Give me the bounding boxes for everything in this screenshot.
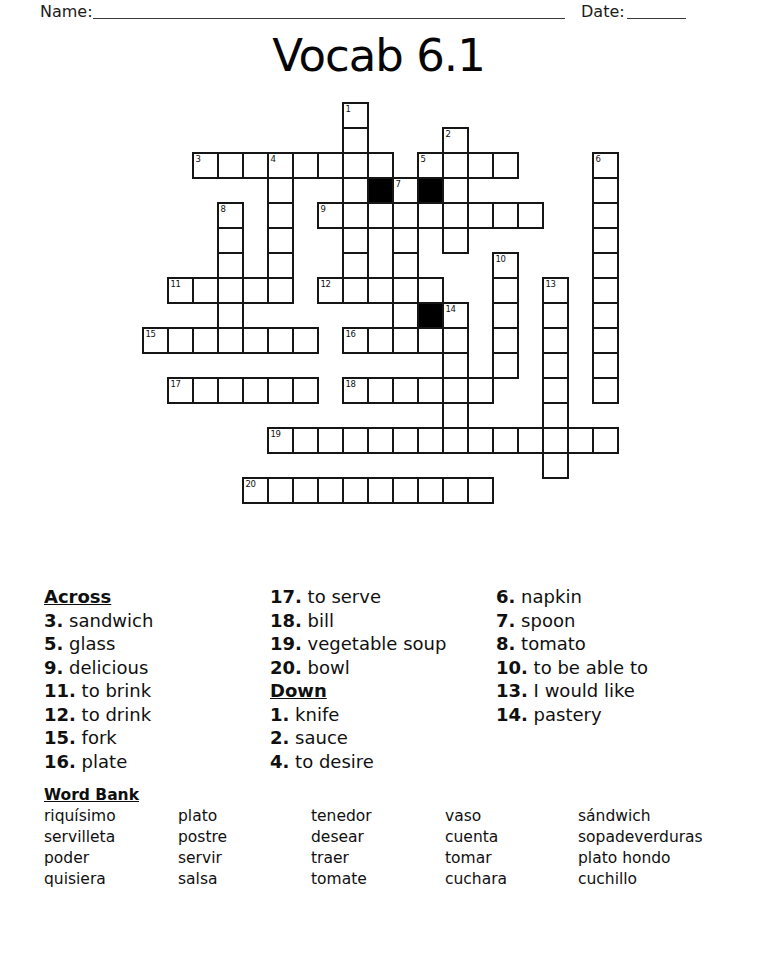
grid-cell[interactable] — [467, 152, 494, 179]
grid-cell[interactable] — [217, 327, 244, 354]
clue-7-down: 7. spoon — [496, 609, 648, 633]
clue-2-down: 2. sauce — [270, 726, 446, 750]
clue-number-label: 2. — [270, 727, 289, 748]
word-bank-word: tenedor — [311, 806, 372, 827]
page-title: Vocab 6.1 — [0, 32, 757, 80]
grid-cell[interactable]: 14 — [442, 302, 469, 329]
clue-number-label: 8. — [496, 633, 515, 654]
word-bank-word: cuchillo — [578, 869, 703, 890]
name-label: Name: — [40, 3, 93, 21]
grid-cell[interactable] — [492, 152, 519, 179]
across-header: Across — [44, 585, 153, 609]
grid-cell[interactable] — [417, 327, 444, 354]
grid-cell[interactable]: 2 — [442, 127, 469, 154]
grid-cell[interactable] — [392, 427, 419, 454]
clue-number-label: 7. — [496, 610, 515, 631]
clue-number-12: 12 — [321, 280, 331, 289]
grid-cell[interactable] — [267, 277, 294, 304]
clue-number-label: 3. — [44, 610, 63, 631]
clue-number-5: 5 — [421, 155, 426, 164]
grid-cell[interactable] — [542, 452, 569, 479]
clue-number-label: 13. — [496, 680, 528, 701]
clue-15-across: 15. fork — [44, 726, 153, 750]
grid-cell[interactable] — [592, 327, 619, 354]
clue-1-down: 1. knife — [270, 703, 446, 727]
clue-number-4: 4 — [271, 155, 276, 164]
grid-cell[interactable] — [392, 377, 419, 404]
word-bank-column-1: riquísimoservilletapoderquisiera — [44, 806, 116, 890]
grid-cell[interactable] — [592, 352, 619, 379]
grid-cell[interactable] — [442, 402, 469, 429]
grid-cell[interactable] — [442, 152, 469, 179]
grid-cell[interactable] — [342, 177, 369, 204]
grid-cell[interactable] — [292, 327, 319, 354]
grid-cell[interactable] — [342, 477, 369, 504]
word-bank-word: tomar — [445, 848, 507, 869]
grid-cell[interactable] — [317, 152, 344, 179]
grid-cell[interactable] — [342, 152, 369, 179]
clue-number-label: 16. — [44, 751, 76, 772]
clue-number-label: 5. — [44, 633, 63, 654]
grid-cell[interactable] — [242, 327, 269, 354]
grid-cell[interactable]: 4 — [267, 152, 294, 179]
grid-cell[interactable] — [442, 477, 469, 504]
clue-11-across: 11. to brink — [44, 679, 153, 703]
grid-cell[interactable] — [592, 227, 619, 254]
grid-cell[interactable] — [292, 477, 319, 504]
word-bank-word: salsa — [178, 869, 227, 890]
grid-cell[interactable] — [367, 377, 394, 404]
grid-cell[interactable] — [317, 477, 344, 504]
clue-number-label: 4. — [270, 751, 289, 772]
grid-cell[interactable] — [367, 427, 394, 454]
grid-cell[interactable] — [167, 327, 194, 354]
clue-12-across: 12. to drink — [44, 703, 153, 727]
grid-cell[interactable] — [592, 177, 619, 204]
clue-5-across: 5. glass — [44, 632, 153, 656]
grid-cell[interactable] — [317, 427, 344, 454]
word-bank-word: postre — [178, 827, 227, 848]
grid-cell[interactable]: 16 — [342, 327, 369, 354]
grid-cell[interactable]: 1 — [342, 102, 369, 129]
grid-cell[interactable] — [442, 427, 469, 454]
grid-cell[interactable] — [292, 377, 319, 404]
grid-cell[interactable] — [392, 227, 419, 254]
grid-cell[interactable] — [592, 302, 619, 329]
grid-cell[interactable] — [592, 277, 619, 304]
grid-cell[interactable] — [492, 302, 519, 329]
grid-cell[interactable]: 13 — [542, 277, 569, 304]
clue-number-14: 14 — [446, 305, 456, 314]
grid-cell[interactable] — [342, 202, 369, 229]
grid-cell[interactable] — [542, 402, 569, 429]
black-cell — [417, 302, 444, 329]
clue-8-down: 8. tomato — [496, 632, 648, 656]
grid-cell[interactable]: 18 — [342, 377, 369, 404]
clue-number-label: 12. — [44, 704, 76, 725]
grid-cell[interactable] — [292, 152, 319, 179]
grid-cell[interactable] — [542, 427, 569, 454]
clue-number-label: 18. — [270, 610, 302, 631]
grid-cell[interactable] — [542, 377, 569, 404]
clue-number-label: 15. — [44, 727, 76, 748]
clue-number-label: 9. — [44, 657, 63, 678]
grid-cell[interactable]: 10 — [492, 252, 519, 279]
clue-number-label: 1. — [270, 704, 289, 725]
grid-cell[interactable] — [242, 377, 269, 404]
grid-cell[interactable] — [417, 202, 444, 229]
grid-cell[interactable]: 5 — [417, 152, 444, 179]
grid-cell[interactable]: 11 — [167, 277, 194, 304]
grid-cell[interactable] — [267, 177, 294, 204]
grid-cell[interactable] — [217, 252, 244, 279]
clue-column-2: 17. to serve18. bill19. vegetable soup20… — [270, 585, 446, 773]
grid-cell[interactable] — [467, 427, 494, 454]
grid-cell[interactable] — [417, 377, 444, 404]
grid-cell[interactable] — [417, 427, 444, 454]
grid-cell[interactable]: 8 — [217, 202, 244, 229]
grid-cell[interactable] — [592, 252, 619, 279]
word-bank-column-4: vasocuentatomarcuchara — [445, 806, 507, 890]
word-bank-column-2: platopostreservirsalsa — [178, 806, 227, 890]
clue-13-down: 13. I would like — [496, 679, 648, 703]
word-bank-word: tomate — [311, 869, 372, 890]
grid-cell[interactable] — [592, 377, 619, 404]
grid-cell[interactable] — [267, 377, 294, 404]
clue-3-across: 3. sandwich — [44, 609, 153, 633]
clue-number-label: 17. — [270, 586, 302, 607]
grid-cell[interactable] — [442, 327, 469, 354]
clue-19-across: 19. vegetable soup — [270, 632, 446, 656]
grid-cell[interactable] — [492, 427, 519, 454]
word-bank-column-3: tenedordeseartraertomate — [311, 806, 372, 890]
grid-cell[interactable] — [492, 327, 519, 354]
clue-number-11: 11 — [171, 280, 181, 289]
grid-cell[interactable] — [342, 427, 369, 454]
grid-cell[interactable]: 12 — [317, 277, 344, 304]
grid-cell[interactable] — [392, 202, 419, 229]
grid-cell[interactable] — [267, 477, 294, 504]
clue-number-label: 11. — [44, 680, 76, 701]
grid-cell[interactable] — [367, 202, 394, 229]
grid-cell[interactable] — [242, 277, 269, 304]
word-bank-word: desear — [311, 827, 372, 848]
grid-cell[interactable] — [467, 477, 494, 504]
grid-cell[interactable] — [192, 377, 219, 404]
grid-cell[interactable] — [542, 352, 569, 379]
grid-cell[interactable] — [517, 427, 544, 454]
clue-number-7: 7 — [396, 180, 401, 189]
grid-cell[interactable] — [192, 327, 219, 354]
clue-number-6: 6 — [596, 155, 601, 164]
clue-number-label: 14. — [496, 704, 528, 725]
grid-cell[interactable] — [267, 252, 294, 279]
word-bank-word: sopadeverduras — [578, 827, 703, 848]
word-bank-word: quisiera — [44, 869, 116, 890]
grid-cell[interactable] — [542, 302, 569, 329]
grid-cell[interactable] — [417, 277, 444, 304]
clue-number-label: 20. — [270, 657, 302, 678]
word-bank-word: cuenta — [445, 827, 507, 848]
grid-cell[interactable] — [367, 277, 394, 304]
grid-cell[interactable] — [592, 202, 619, 229]
clue-number-3: 3 — [196, 155, 201, 164]
word-bank-word: traer — [311, 848, 372, 869]
grid-cell[interactable] — [267, 227, 294, 254]
grid-cell[interactable] — [442, 352, 469, 379]
clue-number-20: 20 — [246, 480, 256, 489]
grid-cell[interactable] — [217, 152, 244, 179]
grid-cell[interactable]: 7 — [392, 177, 419, 204]
word-bank-column-5: sándwichsopadeverdurasplato hondocuchill… — [578, 806, 703, 890]
grid-cell[interactable] — [392, 477, 419, 504]
word-bank-word: riquísimo — [44, 806, 116, 827]
grid-cell[interactable] — [342, 252, 369, 279]
clue-number-16: 16 — [346, 330, 356, 339]
clue-number-label: 19. — [270, 633, 302, 654]
grid-cell[interactable]: 17 — [167, 377, 194, 404]
grid-cell[interactable] — [192, 277, 219, 304]
clue-number-8: 8 — [221, 205, 226, 214]
grid-cell[interactable] — [442, 177, 469, 204]
word-bank-word: servilleta — [44, 827, 116, 848]
word-bank-word: plato — [178, 806, 227, 827]
clue-16-across: 16. plate — [44, 750, 153, 774]
grid-cell[interactable] — [392, 327, 419, 354]
grid-cell[interactable] — [542, 327, 569, 354]
grid-cell[interactable] — [467, 377, 494, 404]
grid-cell[interactable]: 15 — [142, 327, 169, 354]
clue-column-3: 6. napkin7. spoon8. tomato10. to be able… — [496, 585, 648, 726]
clue-4-down: 4. to desire — [270, 750, 446, 774]
grid-cell[interactable] — [417, 477, 444, 504]
crossword-grid: 1234567891011121314151617181920 — [142, 102, 621, 506]
grid-cell[interactable] — [492, 352, 519, 379]
grid-cell[interactable] — [217, 302, 244, 329]
grid-cell[interactable] — [592, 427, 619, 454]
word-bank-word: sándwich — [578, 806, 703, 827]
grid-cell[interactable] — [292, 427, 319, 454]
word-bank-word: plato hondo — [578, 848, 703, 869]
grid-cell[interactable] — [392, 277, 419, 304]
grid-cell[interactable] — [467, 202, 494, 229]
clue-number-9: 9 — [321, 205, 326, 214]
grid-cell[interactable] — [442, 227, 469, 254]
date-line[interactable] — [627, 3, 686, 19]
clue-6-down: 6. napkin — [496, 585, 648, 609]
grid-cell[interactable] — [567, 427, 594, 454]
word-bank-word: poder — [44, 848, 116, 869]
clue-number-18: 18 — [346, 380, 356, 389]
grid-cell[interactable] — [342, 227, 369, 254]
grid-cell[interactable] — [442, 377, 469, 404]
grid-cell[interactable]: 20 — [242, 477, 269, 504]
grid-cell[interactable] — [442, 202, 469, 229]
grid-cell[interactable] — [517, 202, 544, 229]
clue-number-1: 1 — [346, 105, 351, 114]
grid-cell[interactable] — [367, 152, 394, 179]
black-cell — [367, 177, 394, 204]
grid-cell[interactable] — [392, 302, 419, 329]
grid-cell[interactable] — [342, 277, 369, 304]
word-bank-word: cuchara — [445, 869, 507, 890]
clue-17-across: 17. to serve — [270, 585, 446, 609]
grid-cell[interactable] — [267, 202, 294, 229]
grid-cell[interactable] — [217, 377, 244, 404]
clue-number-label: 6. — [496, 586, 515, 607]
date-label: Date: — [581, 3, 625, 21]
clue-number-13: 13 — [546, 280, 556, 289]
clue-number-19: 19 — [271, 430, 281, 439]
grid-cell[interactable]: 6 — [592, 152, 619, 179]
clue-9-across: 9. delicious — [44, 656, 153, 680]
clue-20-across: 20. bowl — [270, 656, 446, 680]
grid-cell[interactable] — [367, 477, 394, 504]
grid-cell[interactable]: 19 — [267, 427, 294, 454]
grid-cell[interactable]: 9 — [317, 202, 344, 229]
word-bank-word: vaso — [445, 806, 507, 827]
clue-number-17: 17 — [171, 380, 181, 389]
name-line[interactable] — [93, 3, 565, 19]
grid-cell[interactable] — [342, 127, 369, 154]
black-cell — [417, 177, 444, 204]
word-bank-header: Word Bank — [44, 786, 139, 804]
clue-number-10: 10 — [496, 255, 506, 264]
clue-number-2: 2 — [446, 130, 451, 139]
clue-column-1: Across3. sandwich5. glass9. delicious11.… — [44, 585, 153, 773]
grid-cell[interactable] — [492, 277, 519, 304]
down-header: Down — [270, 679, 446, 703]
grid-cell[interactable]: 3 — [192, 152, 219, 179]
word-bank-word: servir — [178, 848, 227, 869]
clue-18-across: 18. bill — [270, 609, 446, 633]
clue-10-down: 10. to be able to — [496, 656, 648, 680]
grid-cell[interactable] — [217, 277, 244, 304]
grid-cell[interactable] — [242, 152, 269, 179]
grid-cell[interactable] — [367, 327, 394, 354]
grid-cell[interactable] — [492, 202, 519, 229]
clue-number-label: 10. — [496, 657, 528, 678]
clue-14-down: 14. pastery — [496, 703, 648, 727]
clue-number-15: 15 — [146, 330, 156, 339]
grid-cell[interactable] — [267, 327, 294, 354]
grid-cell[interactable] — [217, 227, 244, 254]
grid-cell[interactable] — [392, 252, 419, 279]
